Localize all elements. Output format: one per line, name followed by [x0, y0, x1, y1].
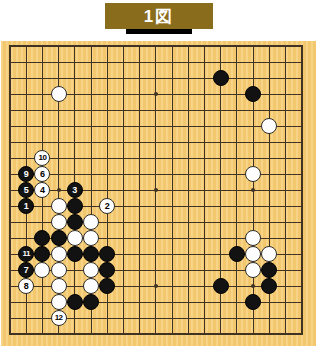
white-stone: 10	[34, 150, 50, 166]
black-stone	[34, 246, 50, 262]
black-stone	[99, 246, 115, 262]
star-point	[251, 284, 255, 288]
white-stone	[51, 86, 67, 102]
black-stone	[67, 294, 83, 310]
move-number: 2	[105, 202, 110, 211]
banner-underline	[126, 29, 192, 34]
white-stone	[83, 262, 99, 278]
black-stone	[245, 86, 261, 102]
white-stone	[51, 214, 67, 230]
white-stone: 12	[51, 310, 67, 326]
black-stone	[83, 246, 99, 262]
white-stone	[51, 278, 67, 294]
white-stone: 4	[34, 182, 50, 198]
white-stone	[83, 278, 99, 294]
grid-line-v	[188, 45, 189, 335]
white-stone	[245, 230, 261, 246]
black-stone	[99, 262, 115, 278]
move-number: 11	[22, 250, 29, 258]
white-stone	[83, 214, 99, 230]
move-number: 1	[24, 202, 29, 211]
black-stone: 5	[18, 182, 34, 198]
white-stone	[34, 262, 50, 278]
white-stone: 8	[18, 278, 34, 294]
black-stone: 9	[18, 166, 34, 182]
black-stone	[83, 294, 99, 310]
white-stone	[51, 294, 67, 310]
black-stone	[67, 214, 83, 230]
black-stone	[261, 278, 277, 294]
move-number: 7	[24, 266, 29, 275]
black-stone	[67, 198, 83, 214]
star-point	[154, 188, 158, 192]
white-stone	[51, 198, 67, 214]
page-root: 1図 109654312117812	[0, 0, 318, 346]
white-stone	[245, 246, 261, 262]
move-number: 9	[24, 170, 29, 179]
move-number: 12	[55, 314, 63, 322]
grid-line-h	[9, 333, 303, 335]
black-stone	[51, 230, 67, 246]
white-stone	[245, 166, 261, 182]
move-number: 10	[38, 154, 46, 162]
black-stone: 11	[18, 246, 34, 262]
move-number: 6	[40, 170, 45, 179]
star-point	[251, 188, 255, 192]
grid-line-v	[285, 45, 286, 335]
figure-banner: 1図	[105, 3, 213, 29]
move-number: 5	[24, 186, 29, 195]
grid-line-v	[236, 45, 237, 335]
white-stone: 2	[99, 198, 115, 214]
star-point	[57, 188, 61, 192]
black-stone	[229, 246, 245, 262]
black-stone	[213, 70, 229, 86]
white-stone	[261, 118, 277, 134]
grid-line-v	[204, 45, 205, 335]
black-stone	[213, 278, 229, 294]
go-board: 109654312117812	[1, 41, 316, 346]
white-stone	[83, 230, 99, 246]
star-point	[154, 284, 158, 288]
move-number: 8	[24, 282, 29, 291]
move-number: 3	[72, 186, 77, 195]
star-point	[154, 92, 158, 96]
black-stone: 3	[67, 182, 83, 198]
grid-line-v	[172, 45, 173, 335]
move-number: 4	[40, 186, 45, 195]
black-stone	[261, 262, 277, 278]
white-stone	[67, 230, 83, 246]
black-stone	[245, 294, 261, 310]
white-stone	[261, 246, 277, 262]
white-stone	[51, 246, 67, 262]
black-stone: 1	[18, 198, 34, 214]
grid-line-v	[301, 45, 303, 335]
black-stone	[67, 246, 83, 262]
white-stone	[51, 262, 67, 278]
black-stone: 7	[18, 262, 34, 278]
figure-label: 1図	[144, 5, 174, 28]
black-stone	[34, 230, 50, 246]
white-stone: 6	[34, 166, 50, 182]
black-stone	[99, 278, 115, 294]
white-stone	[245, 262, 261, 278]
